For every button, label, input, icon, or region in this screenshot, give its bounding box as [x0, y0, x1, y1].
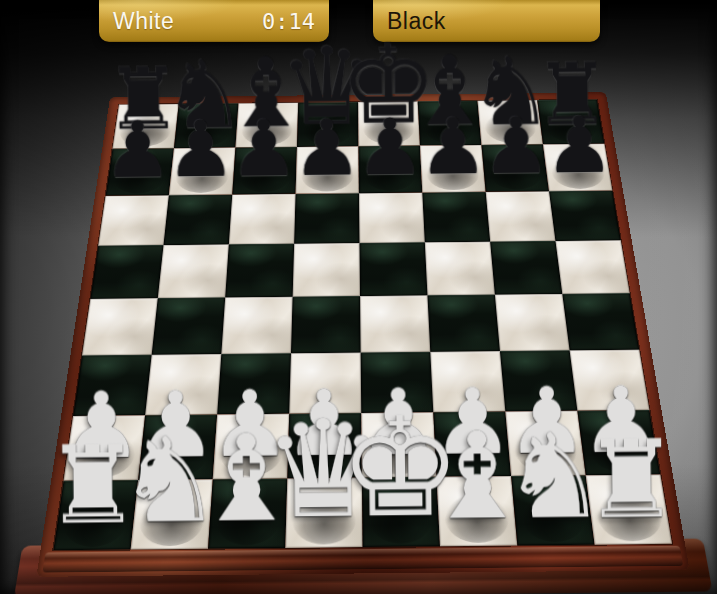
square-b6[interactable] — [163, 194, 232, 245]
square-f7[interactable]: ♟ — [420, 145, 486, 193]
square-e6[interactable] — [359, 192, 425, 242]
square-d6[interactable] — [294, 193, 359, 244]
square-g5[interactable] — [490, 241, 562, 295]
square-h1[interactable]: ♜ — [586, 474, 672, 544]
square-f6[interactable] — [422, 192, 490, 242]
game-window: White 0:14 Black ♜♞♝♛♚♝♞♜♟♟♟♟♟♟♟♟♟♟♟♟♟♟♟… — [0, 0, 717, 594]
square-a6[interactable] — [98, 195, 169, 246]
square-b7[interactable]: ♟ — [169, 148, 236, 196]
white-player-label: White — [113, 8, 174, 35]
piece-black-pawn[interactable]: ♟ — [544, 107, 614, 185]
square-h5[interactable] — [555, 240, 629, 294]
square-b4[interactable] — [152, 297, 226, 354]
board-scene: ♜♞♝♛♚♝♞♜♟♟♟♟♟♟♟♟♟♟♟♟♟♟♟♟♜♞♝♛♚♝♞♜ — [58, 90, 658, 594]
square-d5[interactable] — [293, 243, 360, 297]
square-c4[interactable] — [221, 297, 292, 354]
square-g1[interactable]: ♞ — [511, 475, 595, 545]
square-h6[interactable] — [549, 190, 621, 240]
piece-black-pawn[interactable]: ♟ — [103, 111, 173, 189]
square-d4[interactable] — [291, 296, 361, 353]
square-e7[interactable]: ♟ — [358, 146, 422, 194]
square-c7[interactable]: ♟ — [232, 147, 297, 195]
piece-black-pawn[interactable]: ♟ — [166, 111, 236, 189]
piece-black-pawn[interactable]: ♟ — [355, 109, 425, 187]
square-a5[interactable] — [90, 245, 163, 299]
piece-white-rook[interactable]: ♜ — [583, 427, 680, 535]
piece-black-pawn[interactable]: ♟ — [292, 109, 362, 187]
square-h4[interactable] — [562, 293, 639, 350]
square-f5[interactable] — [425, 242, 495, 296]
square-c6[interactable] — [229, 194, 296, 245]
square-d7[interactable]: ♟ — [296, 146, 359, 194]
square-e5[interactable] — [359, 242, 427, 296]
piece-black-pawn[interactable]: ♟ — [418, 108, 488, 186]
board-grid: ♜♞♝♛♚♝♞♜♟♟♟♟♟♟♟♟♟♟♟♟♟♟♟♟♜♞♝♛♚♝♞♜ — [53, 99, 672, 550]
square-g4[interactable] — [495, 294, 570, 351]
piece-black-pawn[interactable]: ♟ — [481, 107, 551, 185]
square-e4[interactable] — [360, 295, 430, 352]
square-a7[interactable]: ♟ — [106, 148, 174, 196]
square-g7[interactable]: ♟ — [481, 144, 549, 192]
chess-board: ♜♞♝♛♚♝♞♜♟♟♟♟♟♟♟♟♟♟♟♟♟♟♟♟♜♞♝♛♚♝♞♜ — [36, 92, 689, 577]
square-h7[interactable]: ♟ — [543, 144, 612, 191]
square-g6[interactable] — [486, 191, 556, 241]
square-b5[interactable] — [158, 244, 229, 298]
piece-black-pawn[interactable]: ♟ — [229, 110, 299, 188]
square-a4[interactable] — [82, 298, 158, 355]
square-c5[interactable] — [225, 244, 294, 298]
square-f4[interactable] — [427, 295, 499, 352]
